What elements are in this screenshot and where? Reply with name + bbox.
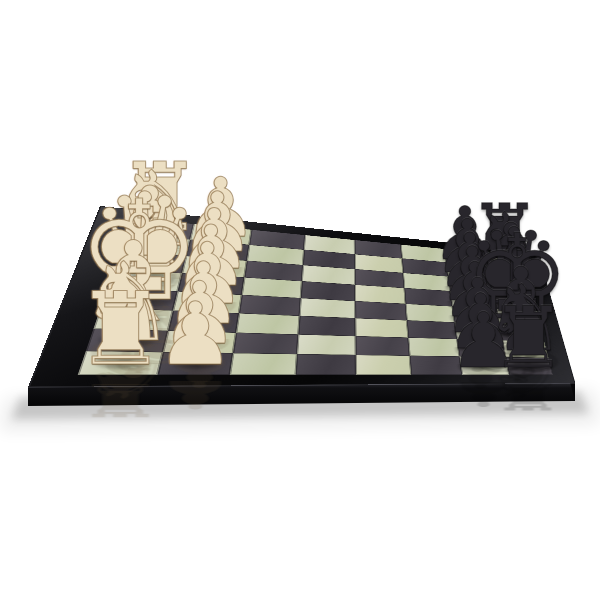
square-e7 <box>452 306 499 324</box>
square-f8 <box>499 324 544 341</box>
square-f6 <box>407 320 457 339</box>
square-g1 <box>86 329 168 352</box>
square-e5 <box>355 301 407 320</box>
square-h1 <box>78 351 163 375</box>
square-f5 <box>355 318 408 337</box>
square-h8 <box>506 357 553 375</box>
square-g2 <box>163 331 236 353</box>
square-f2 <box>168 311 239 333</box>
square-g7 <box>457 339 506 357</box>
square-e4 <box>300 298 356 318</box>
square-g5 <box>356 336 410 356</box>
square-h5 <box>356 355 411 375</box>
scene: ♜♜♟♟♞♞♟♟♟♟♜♜♝♝♟♟♟♟♞♞♛♛♟♟♟♟♝♝♚♚♟♟♟♟♛♛♟♟♚♚… <box>0 0 600 600</box>
square-g4 <box>297 334 356 354</box>
square-h7 <box>459 356 509 374</box>
square-h3 <box>230 353 297 375</box>
square-g8 <box>502 340 548 357</box>
square-f4 <box>298 316 355 336</box>
square-f3 <box>236 313 299 334</box>
square-f7 <box>455 322 503 340</box>
square-g6 <box>408 338 459 357</box>
square-e6 <box>406 304 455 323</box>
square-h4 <box>296 354 356 375</box>
square-g3 <box>233 333 298 354</box>
square-h2 <box>157 352 233 375</box>
square-e3 <box>239 295 301 316</box>
square-f1 <box>93 308 172 331</box>
square-h6 <box>410 356 462 375</box>
square-e8 <box>496 309 540 326</box>
